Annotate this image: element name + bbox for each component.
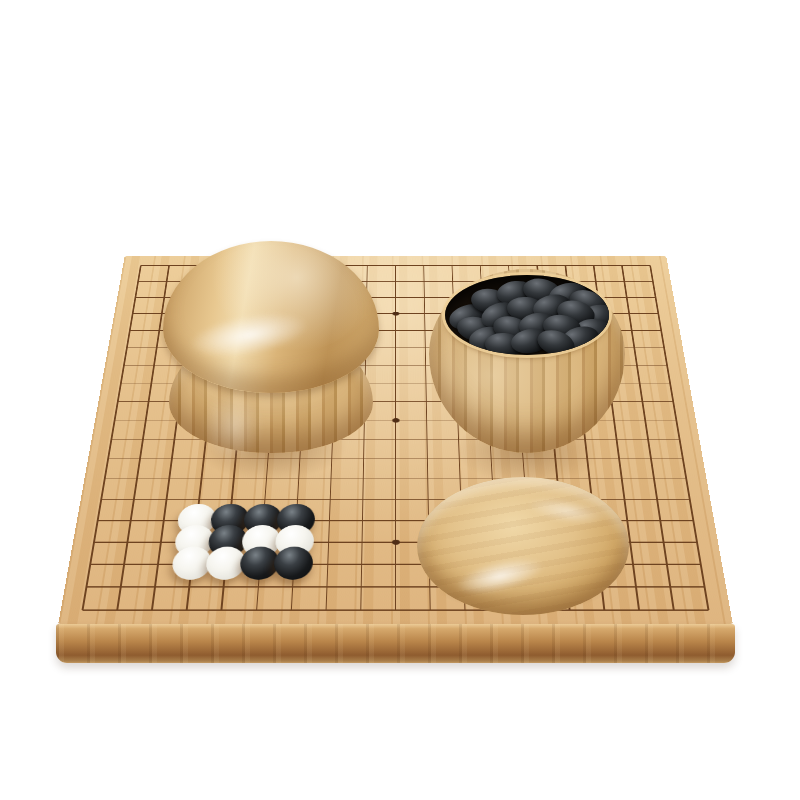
closed-stone-bowl xyxy=(163,241,379,455)
grid-line-vertical xyxy=(621,265,674,610)
bowl-lid-on-board xyxy=(417,477,629,615)
grid-line-horizontal xyxy=(105,479,687,480)
black-stone xyxy=(273,547,314,580)
go-board xyxy=(58,256,733,625)
grid-line-vertical xyxy=(650,265,710,610)
grid-line-horizontal xyxy=(86,586,704,587)
star-point xyxy=(392,540,400,545)
star-point xyxy=(392,418,399,422)
open-stone-bowl xyxy=(429,269,625,453)
go-set-product-photo xyxy=(0,0,800,800)
star-point xyxy=(392,312,399,316)
board-surface xyxy=(58,256,733,625)
grid-line-vertical xyxy=(395,265,396,610)
board-side-edge xyxy=(56,624,735,663)
open-bowl-opening xyxy=(445,275,609,355)
lid-highlight-2 xyxy=(526,492,609,530)
grid-line-vertical xyxy=(117,265,170,610)
grid-line-vertical xyxy=(82,265,142,610)
grid-line-horizontal xyxy=(108,458,683,459)
grid-line-horizontal xyxy=(82,610,708,611)
closed-bowl-highlight-2 xyxy=(203,391,263,461)
lid-highlight xyxy=(453,551,548,602)
